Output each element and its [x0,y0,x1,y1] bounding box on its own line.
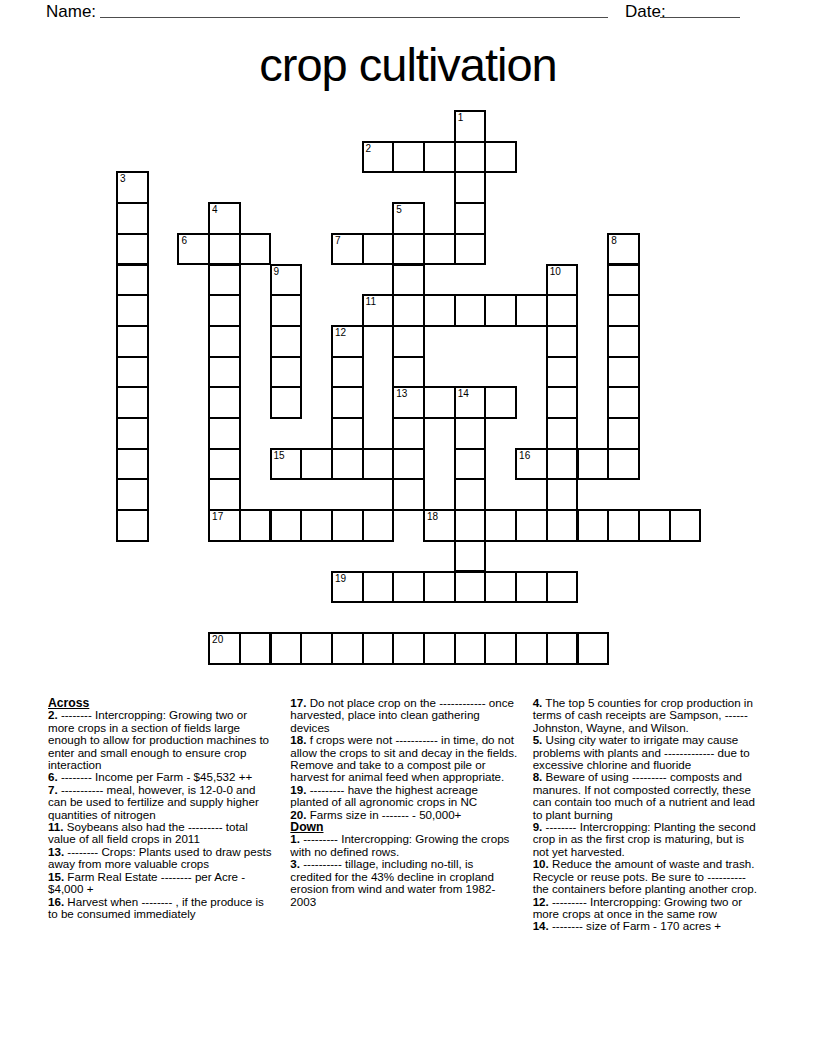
clue-down-5: 5. Using city water to irrigate may caus… [533,734,760,771]
grid-cell-r9c10[interactable] [423,386,456,419]
grid-cell-r5c14[interactable]: 10 [546,264,579,297]
clue-down-8: 8. Beware of using --------- composts an… [533,771,760,821]
clue-number-down-9: 9. [533,820,543,833]
grid-cell-r1c8[interactable]: 2 [362,141,395,174]
date-label: Date: [625,2,666,22]
grid-cell-r15c12[interactable] [484,571,517,604]
grid-cell-r14c11[interactable] [454,540,487,573]
clue-number-across-16: 16. [48,895,64,908]
grid-cell-r13c4[interactable] [239,509,272,542]
clue-number-across-6: 6. [48,770,58,783]
grid-cell-r1c10[interactable] [423,141,456,174]
grid-cell-r13c18[interactable] [669,509,702,542]
grid-cell-r13c13[interactable] [515,509,548,542]
clue-across-7: 7. ----------- meal, however, is 12-0-0 … [48,784,275,821]
grid-cell-r17c11[interactable] [454,632,487,665]
cell-number-7: 7 [335,235,341,246]
clue-number-across-11: 11. [48,820,63,833]
grid-cell-r11c11[interactable] [454,448,487,481]
grid-cell-r17c10[interactable] [423,632,456,665]
clue-down-9: 9. -------- Intercropping: Planting the … [533,821,760,858]
clue-across-16: 16. Harvest when -------- , if the produ… [48,896,275,921]
grid-cell-r4c7[interactable]: 7 [331,233,364,266]
clue-number-down-12: 12. [533,895,549,908]
grid-cell-r0c11[interactable]: 1 [454,110,487,143]
grid-cell-r4c16[interactable]: 8 [607,233,640,266]
grid-cell-r6c12[interactable] [484,294,517,327]
grid-cell-r15c9[interactable] [392,571,425,604]
cell-number-2: 2 [366,143,372,154]
grid-cell-r11c15[interactable] [577,448,610,481]
grid-cell-r6c5[interactable] [270,294,303,327]
grid-cell-r12c9[interactable] [392,478,425,511]
grid-cell-r12c3[interactable] [208,478,241,511]
grid-cell-r17c6[interactable] [300,632,333,665]
grid-cell-r13c15[interactable] [577,509,610,542]
puzzle-title: crop cultivation [0,37,816,92]
cell-number-9: 9 [274,266,280,277]
grid-cell-r7c16[interactable] [607,325,640,358]
grid-cell-r6c0[interactable] [116,294,149,327]
grid-cell-r10c16[interactable] [607,417,640,450]
date-blank-line[interactable] [660,17,740,18]
grid-cell-r11c6[interactable] [300,448,333,481]
clue-number-down-14: 14. [533,919,549,932]
grid-cell-r10c14[interactable] [546,417,579,450]
grid-cell-r3c11[interactable] [454,202,487,235]
grid-cell-r13c16[interactable] [607,509,640,542]
cell-number-8: 8 [611,235,617,246]
grid-cell-r17c8[interactable] [362,632,395,665]
grid-cell-r2c11[interactable] [454,171,487,204]
grid-cell-r13c5[interactable] [270,509,303,542]
grid-cell-r13c12[interactable] [484,509,517,542]
clue-across-2: 2. -------- Intercropping: Growing two o… [48,709,275,771]
grid-cell-r4c11[interactable] [454,233,487,266]
grid-cell-r8c5[interactable] [270,356,303,389]
grid-cell-r9c5[interactable] [270,386,303,419]
cell-number-1: 1 [458,112,464,123]
clue-down-3: 3. ---------- tillage, including no-till… [290,858,517,908]
grid-cell-r11c16[interactable] [607,448,640,481]
grid-cell-r5c16[interactable] [607,264,640,297]
grid-cell-r5c5[interactable]: 9 [270,264,303,297]
grid-cell-r2c0[interactable]: 3 [116,171,149,204]
grid-cell-r9c7[interactable] [331,386,364,419]
grid-cell-r6c14[interactable] [546,294,579,327]
grid-cell-r8c0[interactable] [116,356,149,389]
clue-number-down-3: 3. [290,857,300,870]
clue-number-across-19: 19. [290,783,306,796]
grid-cell-r15c14[interactable] [546,571,579,604]
grid-cell-r13c11[interactable] [454,509,487,542]
grid-cell-r17c15[interactable] [577,632,610,665]
grid-cell-r1c11[interactable] [454,141,487,174]
grid-cell-r7c14[interactable] [546,325,579,358]
cell-number-15: 15 [274,450,285,461]
grid-cell-r10c7[interactable] [331,417,364,450]
grid-cell-r3c0[interactable] [116,202,149,235]
name-blank-line[interactable] [100,17,608,18]
grid-cell-r17c12[interactable] [484,632,517,665]
cell-number-18: 18 [427,511,438,522]
grid-cell-r8c9[interactable] [392,356,425,389]
cell-number-4: 4 [212,204,218,215]
grid-cell-r17c3[interactable]: 20 [208,632,241,665]
grid-cell-r17c9[interactable] [392,632,425,665]
grid-cell-r7c7[interactable]: 12 [331,325,364,358]
clue-number-across-17: 17. [290,696,306,709]
clue-across-18: 18. f crops were not ----------- in time… [290,734,517,784]
clue-across-15: 15. Farm Real Estate -------- per Acre -… [48,871,275,896]
grid-cell-r8c16[interactable] [607,356,640,389]
cell-number-10: 10 [550,266,561,277]
grid-cell-r4c3[interactable] [208,233,241,266]
grid-cell-r9c0[interactable] [116,386,149,419]
clue-down-10: 10. Reduce the amount of waste and trash… [533,858,760,895]
grid-cell-r17c5[interactable] [270,632,303,665]
grid-cell-r4c10[interactable] [423,233,456,266]
grid-cell-r1c12[interactable] [484,141,517,174]
crossword-grid: 1234567891011121314151617181920 [117,111,701,664]
grid-cell-r4c8[interactable] [362,233,395,266]
clue-number-down-1: 1. [290,832,300,845]
clue-across-11: 11. Soybeans also had the --------- tota… [48,821,275,846]
grid-cell-r9c11[interactable]: 14 [454,386,487,419]
grid-cell-r11c8[interactable] [362,448,395,481]
cell-number-6: 6 [181,235,187,246]
clue-number-down-5: 5. [533,733,543,746]
grid-cell-r6c13[interactable] [515,294,548,327]
clue-across-19: 19. --------- have the highest acreage p… [290,784,517,809]
clue-across-17: 17. Do not place crop on the -----------… [290,697,517,734]
clue-across-13: 13. -------- Crops: Plants used to draw … [48,846,275,871]
grid-cell-r12c0[interactable] [116,478,149,511]
clue-down-1: 1. --------- Intercropping: Growing the … [290,833,517,858]
grid-cell-r13c14[interactable] [546,509,579,542]
clue-down-14: 14. -------- size of Farm - 170 acres + [533,920,760,932]
clue-number-down-10: 10. [533,857,549,870]
grid-cell-r10c9[interactable] [392,417,425,450]
clue-number-across-20: 20. [290,808,306,821]
grid-cell-r6c3[interactable] [208,294,241,327]
cell-number-19: 19 [335,573,346,584]
cell-number-14: 14 [458,388,469,399]
clue-number-across-13: 13. [48,845,64,858]
grid-cell-r10c0[interactable] [116,417,149,450]
grid-cell-r11c0[interactable] [116,448,149,481]
grid-cell-r13c7[interactable] [331,509,364,542]
grid-cell-r8c14[interactable] [546,356,579,389]
clue-down-12: 12. --------- Intercropping: Growing two… [533,896,760,921]
grid-cell-r6c8[interactable]: 11 [362,294,395,327]
grid-cell-r4c4[interactable] [239,233,272,266]
grid-cell-r11c5[interactable]: 15 [270,448,303,481]
clue-across-20: 20. Farms size in ------- - 50,000+ [290,809,517,821]
grid-cell-r13c0[interactable] [116,509,149,542]
grid-cell-r7c3[interactable] [208,325,241,358]
grid-cell-r4c9[interactable] [392,233,425,266]
clue-number-down-4: 4. [533,696,543,709]
grid-cell-r15c13[interactable] [515,571,548,604]
grid-cell-r8c7[interactable] [331,356,364,389]
grid-cell-r11c7[interactable] [331,448,364,481]
grid-cell-r15c8[interactable] [362,571,395,604]
grid-cell-r5c9[interactable] [392,264,425,297]
grid-cell-r17c7[interactable] [331,632,364,665]
cell-number-17: 17 [212,511,223,522]
grid-cell-r7c9[interactable] [392,325,425,358]
clue-down-4: 4. The top 5 counties for crop productio… [533,697,760,734]
grid-cell-r6c16[interactable] [607,294,640,327]
grid-cell-r10c11[interactable] [454,417,487,450]
grid-cell-r17c13[interactable] [515,632,548,665]
grid-cell-r8c3[interactable] [208,356,241,389]
grid-cell-r1c9[interactable] [392,141,425,174]
clue-number-across-18: 18. [290,733,306,746]
cell-number-13: 13 [396,388,407,399]
grid-cell-r11c13[interactable]: 16 [515,448,548,481]
grid-cell-r4c2[interactable]: 6 [177,233,210,266]
cell-number-20: 20 [212,634,223,645]
grid-cell-r9c9[interactable]: 13 [392,386,425,419]
clues-flow: Across2. -------- Intercropping: Growing… [48,697,760,933]
grid-cell-r3c3[interactable]: 4 [208,202,241,235]
worksheet-page: Name: Date: crop cultivation 12345678910… [0,0,816,1056]
clue-number-across-15: 15. [48,870,64,883]
grid-cell-r15c10[interactable] [423,571,456,604]
grid-cell-r13c8[interactable] [362,509,395,542]
grid-cell-r6c10[interactable] [423,294,456,327]
grid-cell-r13c10[interactable]: 18 [423,509,456,542]
grid-cell-r7c5[interactable] [270,325,303,358]
grid-cell-r17c4[interactable] [239,632,272,665]
grid-cell-r9c14[interactable] [546,386,579,419]
clue-number-across-7: 7. [48,783,58,796]
grid-cell-r3c9[interactable]: 5 [392,202,425,235]
cell-number-12: 12 [335,327,346,338]
grid-cell-r15c11[interactable] [454,571,487,604]
clue-number-across-2: 2. [48,708,58,721]
cell-number-16: 16 [519,450,530,461]
grid-cell-r5c0[interactable] [116,264,149,297]
cell-number-5: 5 [396,204,402,215]
grid-cell-r9c3[interactable] [208,386,241,419]
grid-cell-r6c11[interactable] [454,294,487,327]
grid-cell-r11c3[interactable] [208,448,241,481]
grid-cell-r13c17[interactable] [638,509,671,542]
grid-cell-r6c9[interactable] [392,294,425,327]
clue-number-down-8: 8. [533,770,543,783]
grid-cell-r5c3[interactable] [208,264,241,297]
grid-cell-r9c16[interactable] [607,386,640,419]
grid-cell-r10c3[interactable] [208,417,241,450]
clue-across-6: 6. -------- Income per Farm - $45,532 ++ [48,771,275,783]
cell-number-11: 11 [366,296,376,307]
grid-cell-r9c12[interactable] [484,386,517,419]
name-label: Name: [46,2,96,22]
grid-cell-r13c6[interactable] [300,509,333,542]
grid-cell-r4c0[interactable] [116,233,149,266]
cell-number-3: 3 [120,173,126,184]
grid-cell-r11c14[interactable] [546,448,579,481]
grid-cell-r15c7[interactable]: 19 [331,571,364,604]
grid-cell-r13c3[interactable]: 17 [208,509,241,542]
grid-cell-r7c0[interactable] [116,325,149,358]
grid-cell-r12c11[interactable] [454,478,487,511]
grid-cell-r17c14[interactable] [546,632,579,665]
grid-cell-r11c9[interactable] [392,448,425,481]
grid-cell-r12c14[interactable] [546,478,579,511]
